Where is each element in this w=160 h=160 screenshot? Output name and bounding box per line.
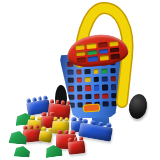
brick-stud: [50, 99, 54, 103]
brick-stud: [38, 96, 42, 101]
wedge-block: [14, 145, 31, 157]
brick-stud: [64, 130, 69, 134]
brick-studs: [41, 112, 54, 117]
brick-stud: [98, 121, 104, 126]
brick-stud: [30, 115, 36, 120]
toy-trolley-photo: [0, 0, 160, 160]
scattered-blocks: [0, 0, 160, 160]
brick-stud: [106, 123, 112, 128]
brick-stud: [61, 100, 65, 104]
brick-studs: [81, 118, 112, 127]
brick-block: [38, 130, 53, 143]
brick-stud: [65, 117, 69, 121]
brick-block: [67, 140, 85, 155]
brick-studs: [50, 99, 70, 105]
brick-stud: [79, 136, 83, 140]
brick-stud: [23, 125, 27, 129]
brick-studs: [23, 124, 39, 129]
brick-stud: [68, 137, 72, 141]
brick-stud: [49, 112, 54, 116]
brick-studs: [57, 130, 75, 135]
brick-stud: [41, 126, 46, 131]
brick-stud: [26, 98, 30, 103]
brick-stud: [57, 130, 62, 134]
brick-studs: [53, 117, 68, 122]
brick-studs: [26, 95, 47, 103]
brick-block: [78, 122, 113, 142]
brick-stud: [47, 127, 52, 132]
brick-stud: [59, 117, 63, 121]
brick-stud: [43, 95, 47, 100]
brick-studs: [68, 136, 83, 142]
brick-stud: [29, 125, 33, 129]
brick-stud: [35, 124, 39, 128]
brick-stud: [42, 112, 47, 116]
brick-stud: [82, 119, 88, 124]
brick-stud: [55, 100, 59, 104]
brick-stud: [66, 101, 70, 105]
brick-stud: [90, 120, 96, 125]
brick-studs: [41, 126, 53, 132]
brick-stud: [32, 97, 36, 102]
brick-stud: [53, 117, 57, 121]
brick-stud: [71, 117, 76, 121]
brick-stud: [71, 130, 76, 134]
brick-stud: [74, 137, 78, 141]
